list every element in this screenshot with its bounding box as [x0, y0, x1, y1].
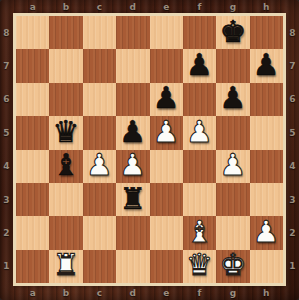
square-d8[interactable]: [116, 16, 149, 49]
rank-label: 1: [286, 250, 299, 283]
square-a6[interactable]: [16, 83, 49, 116]
square-h8[interactable]: [250, 16, 283, 49]
rank-labels-right: 87654321: [286, 16, 299, 283]
rank-label: 5: [0, 116, 13, 149]
file-label: a: [16, 286, 49, 300]
rank-label: 5: [286, 116, 299, 149]
file-label: b: [49, 286, 82, 300]
square-f6[interactable]: [183, 83, 216, 116]
rank-label: 3: [0, 183, 13, 216]
square-a5[interactable]: [16, 116, 49, 149]
rank-label: 4: [286, 150, 299, 183]
square-h6[interactable]: [250, 83, 283, 116]
square-b2[interactable]: [49, 216, 82, 249]
file-label: d: [116, 286, 149, 300]
rank-label: 6: [286, 83, 299, 116]
square-f4[interactable]: [183, 150, 216, 183]
file-label: e: [150, 0, 183, 13]
square-e3[interactable]: [150, 183, 183, 216]
rank-label: 7: [0, 49, 13, 82]
file-label: f: [183, 286, 216, 300]
square-h7[interactable]: ♟: [250, 49, 283, 82]
square-c7[interactable]: [83, 49, 116, 82]
square-c6[interactable]: [83, 83, 116, 116]
square-e7[interactable]: [150, 49, 183, 82]
file-label: c: [83, 286, 116, 300]
square-d4[interactable]: ♟: [116, 150, 149, 183]
square-h5[interactable]: [250, 116, 283, 149]
square-a2[interactable]: [16, 216, 49, 249]
square-b5[interactable]: ♛: [49, 116, 82, 149]
square-d6[interactable]: [116, 83, 149, 116]
square-a8[interactable]: [16, 16, 49, 49]
square-f2[interactable]: ♝: [183, 216, 216, 249]
square-c1[interactable]: [83, 250, 116, 283]
board-squares: ♚♟♟♟♟♛♟♟♟♝♟♟♟♜♝♟♜♛♚: [16, 16, 283, 283]
square-g4[interactable]: ♟: [216, 150, 249, 183]
rank-label: 4: [0, 150, 13, 183]
file-label: a: [16, 0, 49, 13]
piece-black-king[interactable]: ♚: [219, 17, 246, 47]
square-c8[interactable]: [83, 16, 116, 49]
file-label: e: [150, 286, 183, 300]
square-e8[interactable]: [150, 16, 183, 49]
square-f1[interactable]: ♛: [183, 250, 216, 283]
square-d7[interactable]: [116, 49, 149, 82]
square-d5[interactable]: ♟: [116, 116, 149, 149]
square-d1[interactable]: [116, 250, 149, 283]
file-label: g: [216, 286, 249, 300]
square-f5[interactable]: ♟: [183, 116, 216, 149]
square-c3[interactable]: [83, 183, 116, 216]
square-h3[interactable]: [250, 183, 283, 216]
square-c4[interactable]: ♟: [83, 150, 116, 183]
rank-labels-left: 87654321: [0, 16, 13, 283]
square-a7[interactable]: [16, 49, 49, 82]
piece-white-pawn[interactable]: ♟: [219, 150, 246, 180]
piece-white-pawn[interactable]: ♟: [253, 217, 280, 247]
rank-label: 8: [0, 16, 13, 49]
square-d3[interactable]: ♜: [116, 183, 149, 216]
rank-label: 2: [286, 216, 299, 249]
square-b1[interactable]: ♜: [49, 250, 82, 283]
piece-black-queen[interactable]: ♛: [53, 117, 80, 147]
square-e2[interactable]: [150, 216, 183, 249]
square-h2[interactable]: ♟: [250, 216, 283, 249]
square-b7[interactable]: [49, 49, 82, 82]
piece-black-pawn[interactable]: ♟: [119, 117, 146, 147]
rank-label: 1: [0, 250, 13, 283]
file-label: g: [216, 0, 249, 13]
square-h4[interactable]: [250, 150, 283, 183]
square-e4[interactable]: [150, 150, 183, 183]
square-f7[interactable]: ♟: [183, 49, 216, 82]
square-c5[interactable]: [83, 116, 116, 149]
square-g8[interactable]: ♚: [216, 16, 249, 49]
square-e1[interactable]: [150, 250, 183, 283]
piece-black-rook[interactable]: ♜: [119, 184, 146, 214]
square-e5[interactable]: ♟: [150, 116, 183, 149]
piece-black-pawn[interactable]: ♟: [153, 83, 180, 113]
square-b8[interactable]: [49, 16, 82, 49]
piece-white-pawn[interactable]: ♟: [186, 117, 213, 147]
file-labels-top: abcdefgh: [16, 0, 283, 13]
piece-black-pawn[interactable]: ♟: [219, 83, 246, 113]
file-label: f: [183, 0, 216, 13]
board-frame: ♚♟♟♟♟♛♟♟♟♝♟♟♟♜♝♟♜♛♚: [13, 13, 286, 286]
square-g2[interactable]: [216, 216, 249, 249]
square-c2[interactable]: [83, 216, 116, 249]
square-d2[interactable]: [116, 216, 149, 249]
square-a4[interactable]: [16, 150, 49, 183]
square-g3[interactable]: [216, 183, 249, 216]
square-f8[interactable]: [183, 16, 216, 49]
rank-label: 2: [0, 216, 13, 249]
piece-white-pawn[interactable]: ♟: [119, 150, 146, 180]
square-g5[interactable]: [216, 116, 249, 149]
square-h1[interactable]: [250, 250, 283, 283]
piece-white-rook[interactable]: ♜: [53, 250, 80, 280]
square-b3[interactable]: [49, 183, 82, 216]
rank-label: 8: [286, 16, 299, 49]
file-label: d: [116, 0, 149, 13]
file-label: h: [250, 0, 283, 13]
chess-board-window: abcdefgh abcdefgh 87654321 87654321 ♚♟♟♟…: [0, 0, 299, 300]
square-a3[interactable]: [16, 183, 49, 216]
rank-label: 6: [0, 83, 13, 116]
file-label: b: [49, 0, 82, 13]
rank-label: 7: [286, 49, 299, 82]
piece-white-pawn[interactable]: ♟: [86, 150, 113, 180]
square-b6[interactable]: [49, 83, 82, 116]
piece-white-bishop[interactable]: ♝: [186, 217, 213, 247]
square-a1[interactable]: [16, 250, 49, 283]
square-g1[interactable]: ♚: [216, 250, 249, 283]
file-labels-bottom: abcdefgh: [16, 286, 283, 300]
square-f3[interactable]: [183, 183, 216, 216]
square-b4[interactable]: ♝: [49, 150, 82, 183]
square-g7[interactable]: [216, 49, 249, 82]
file-label: h: [250, 286, 283, 300]
piece-white-king[interactable]: ♚: [219, 250, 246, 280]
square-g6[interactable]: ♟: [216, 83, 249, 116]
piece-black-bishop[interactable]: ♝: [53, 150, 80, 180]
rank-label: 3: [286, 183, 299, 216]
piece-white-pawn[interactable]: ♟: [153, 117, 180, 147]
piece-black-pawn[interactable]: ♟: [186, 50, 213, 80]
piece-white-queen[interactable]: ♛: [186, 250, 213, 280]
square-e6[interactable]: ♟: [150, 83, 183, 116]
file-label: c: [83, 0, 116, 13]
piece-black-pawn[interactable]: ♟: [253, 50, 280, 80]
